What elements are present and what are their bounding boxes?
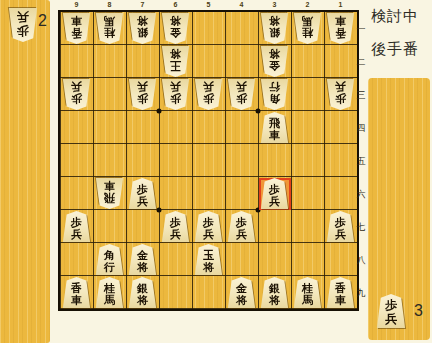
square-77[interactable] xyxy=(126,210,159,243)
square-85[interactable] xyxy=(93,144,126,177)
rank-label-8: 八 xyxy=(356,254,366,267)
file-label-1: 1 xyxy=(339,1,343,8)
square-92[interactable] xyxy=(60,45,93,78)
gote-hand-count: 2 xyxy=(38,12,47,30)
piece-kanji: 歩兵 xyxy=(62,211,91,242)
rank-label-2: 二 xyxy=(356,56,366,69)
piece-99-sente[interactable]: 香車 xyxy=(62,277,91,308)
piece-kanji: 歩兵 xyxy=(62,79,91,110)
status-analysis-label: 検討中 xyxy=(371,7,419,26)
piece-kanji: 香車 xyxy=(326,13,355,44)
square-14[interactable] xyxy=(324,111,357,144)
piece-kanji: 金将 xyxy=(227,277,256,308)
piece-kanji: 歩兵 xyxy=(376,294,406,328)
piece-11-gote[interactable]: 香車 xyxy=(326,13,355,44)
piece-kanji: 歩兵 xyxy=(194,79,223,110)
piece-kanji: 歩兵 xyxy=(161,79,190,110)
file-label-3: 3 xyxy=(273,1,277,8)
square-59[interactable] xyxy=(192,276,225,309)
shogi-board: 香車桂馬銀将金将銀将桂馬香車王将金将歩兵歩兵歩兵歩兵歩兵角行歩兵飛車飛車歩兵歩兵… xyxy=(58,10,359,311)
square-68[interactable] xyxy=(159,243,192,276)
piece-kanji: 角行 xyxy=(95,244,124,275)
status-turn-label: 後手番 xyxy=(371,40,419,59)
square-52[interactable] xyxy=(192,45,225,78)
piece-kanji: 桂馬 xyxy=(95,277,124,308)
square-12[interactable] xyxy=(324,45,357,78)
square-87[interactable] xyxy=(93,210,126,243)
square-35[interactable] xyxy=(258,144,291,177)
square-98[interactable] xyxy=(60,243,93,276)
piece-71-gote[interactable]: 銀将 xyxy=(128,13,157,44)
piece-kanji: 香車 xyxy=(326,277,355,308)
piece-62-gote[interactable]: 王将 xyxy=(161,46,190,77)
file-label-9: 9 xyxy=(75,1,79,8)
file-label-7: 7 xyxy=(141,1,145,8)
piece-21-gote[interactable]: 桂馬 xyxy=(293,13,322,44)
piece-kanji: 香車 xyxy=(62,277,91,308)
piece-kanji: 歩兵 xyxy=(194,211,223,242)
piece-kanji: 歩兵 xyxy=(128,178,157,209)
piece-89-sente[interactable]: 桂馬 xyxy=(95,277,124,308)
piece-kanji: 歩兵 xyxy=(227,79,256,110)
piece-47-sente[interactable]: 歩兵 xyxy=(227,211,256,242)
shogi-app: 歩兵2 香車桂馬銀将金将銀将桂馬香車王将金将歩兵歩兵歩兵歩兵歩兵角行歩兵飛車飛車… xyxy=(0,0,432,343)
square-46[interactable] xyxy=(225,177,258,210)
square-56[interactable] xyxy=(192,177,225,210)
piece-kanji: 桂馬 xyxy=(95,13,124,44)
piece-kanji: 歩兵 xyxy=(128,79,157,110)
piece-36-sente[interactable]: 歩兵 xyxy=(260,178,289,209)
piece-49-sente[interactable]: 金将 xyxy=(227,277,256,308)
square-18[interactable] xyxy=(324,243,357,276)
piece-kanji: 銀将 xyxy=(260,13,289,44)
piece-kanji: 銀将 xyxy=(128,277,157,308)
square-25[interactable] xyxy=(291,144,324,177)
file-label-5: 5 xyxy=(207,1,211,8)
piece-39-sente[interactable]: 銀将 xyxy=(260,277,289,308)
piece-78-sente[interactable]: 金将 xyxy=(128,244,157,275)
piece-kanji: 歩兵 xyxy=(161,211,190,242)
piece-kanji: 金将 xyxy=(128,244,157,275)
square-96[interactable] xyxy=(60,177,93,210)
gote-captured-tray: 歩兵2 xyxy=(0,0,50,343)
sente-hand-count: 3 xyxy=(414,302,423,320)
piece-kanji: 金将 xyxy=(161,13,190,44)
piece-79-sente[interactable]: 銀将 xyxy=(128,277,157,308)
square-94[interactable] xyxy=(60,111,93,144)
piece-97-sente[interactable]: 歩兵 xyxy=(62,211,91,242)
file-label-2: 2 xyxy=(306,1,310,8)
rank-label-3: 三 xyxy=(356,89,366,102)
piece-kanji: 桂馬 xyxy=(293,13,322,44)
square-82[interactable] xyxy=(93,45,126,78)
rank-label-6: 六 xyxy=(356,188,366,201)
square-84[interactable] xyxy=(93,111,126,144)
square-27[interactable] xyxy=(291,210,324,243)
piece-19-sente[interactable]: 香車 xyxy=(326,277,355,308)
square-72[interactable] xyxy=(126,45,159,78)
square-74[interactable] xyxy=(126,111,159,144)
rank-label-5: 五 xyxy=(356,155,366,168)
square-55[interactable] xyxy=(192,144,225,177)
piece-53-gote[interactable]: 歩兵 xyxy=(194,79,223,110)
piece-kanji: 飛車 xyxy=(260,112,289,143)
piece-61-gote[interactable]: 金将 xyxy=(161,13,190,44)
square-66[interactable] xyxy=(159,177,192,210)
piece-93-gote[interactable]: 歩兵 xyxy=(62,79,91,110)
square-16[interactable] xyxy=(324,177,357,210)
piece-kanji: 歩兵 xyxy=(326,211,355,242)
piece-32-gote[interactable]: 金将 xyxy=(260,46,289,77)
piece-kanji: 香車 xyxy=(62,13,91,44)
piece-kanji: 玉将 xyxy=(194,244,223,275)
piece-76-sente[interactable]: 歩兵 xyxy=(128,178,157,209)
piece-86-gote[interactable]: 飛車 xyxy=(95,178,124,209)
square-37[interactable] xyxy=(258,210,291,243)
square-28[interactable] xyxy=(291,243,324,276)
square-51[interactable] xyxy=(192,12,225,45)
square-22[interactable] xyxy=(291,45,324,78)
rank-label-7: 七 xyxy=(356,221,366,234)
piece-57-sente[interactable]: 歩兵 xyxy=(194,211,223,242)
piece-81-gote[interactable]: 桂馬 xyxy=(95,13,124,44)
piece-88-sente[interactable]: 角行 xyxy=(95,244,124,275)
piece-kanji: 銀将 xyxy=(260,277,289,308)
piece-kanji: 金将 xyxy=(260,46,289,77)
square-23[interactable] xyxy=(291,78,324,111)
square-26[interactable] xyxy=(291,177,324,210)
square-38[interactable] xyxy=(258,243,291,276)
square-75[interactable] xyxy=(126,144,159,177)
square-69[interactable] xyxy=(159,276,192,309)
rank-label-1: 一 xyxy=(356,23,366,36)
piece-kanji: 歩兵 xyxy=(260,178,289,209)
piece-58-sente[interactable]: 玉将 xyxy=(194,244,223,275)
square-48[interactable] xyxy=(225,243,258,276)
piece-63-gote[interactable]: 歩兵 xyxy=(161,79,190,110)
piece-67-sente[interactable]: 歩兵 xyxy=(161,211,190,242)
square-95[interactable] xyxy=(60,144,93,177)
square-64[interactable] xyxy=(159,111,192,144)
piece-kanji: 王将 xyxy=(161,46,190,77)
piece-29-sente[interactable]: 桂馬 xyxy=(293,277,322,308)
rank-label-4: 四 xyxy=(356,122,366,135)
file-label-8: 8 xyxy=(108,1,112,8)
square-65[interactable] xyxy=(159,144,192,177)
piece-kanji: 歩兵 xyxy=(227,211,256,242)
square-54[interactable] xyxy=(192,111,225,144)
file-label-6: 6 xyxy=(174,1,178,8)
square-45[interactable] xyxy=(225,144,258,177)
square-24[interactable] xyxy=(291,111,324,144)
piece-73-gote[interactable]: 歩兵 xyxy=(128,79,157,110)
piece-kanji: 歩兵 xyxy=(326,79,355,110)
square-42[interactable] xyxy=(225,45,258,78)
piece-17-sente[interactable]: 歩兵 xyxy=(326,211,355,242)
piece-kanji: 桂馬 xyxy=(293,277,322,308)
piece-91-gote[interactable]: 香車 xyxy=(62,13,91,44)
square-44[interactable] xyxy=(225,111,258,144)
piece-13-gote[interactable]: 歩兵 xyxy=(326,79,355,110)
square-15[interactable] xyxy=(324,144,357,177)
sente-captured-tray: 歩兵3 xyxy=(368,78,430,340)
square-83[interactable] xyxy=(93,78,126,111)
piece-34-sente[interactable]: 飛車 xyxy=(260,112,289,143)
piece-43-gote[interactable]: 歩兵 xyxy=(227,79,256,110)
piece-kanji: 銀将 xyxy=(128,13,157,44)
file-label-4: 4 xyxy=(240,1,244,8)
piece-kanji: 角行 xyxy=(260,79,289,110)
piece-kanji: 飛車 xyxy=(95,178,124,209)
square-41[interactable] xyxy=(225,12,258,45)
gote-hand-piece[interactable]: 歩兵 xyxy=(8,8,38,42)
piece-31-gote[interactable]: 銀将 xyxy=(260,13,289,44)
rank-label-9: 九 xyxy=(356,287,366,300)
piece-33-gote[interactable]: 角行 xyxy=(260,79,289,110)
sente-hand-piece[interactable]: 歩兵 xyxy=(376,294,406,328)
piece-kanji: 歩兵 xyxy=(8,8,38,42)
